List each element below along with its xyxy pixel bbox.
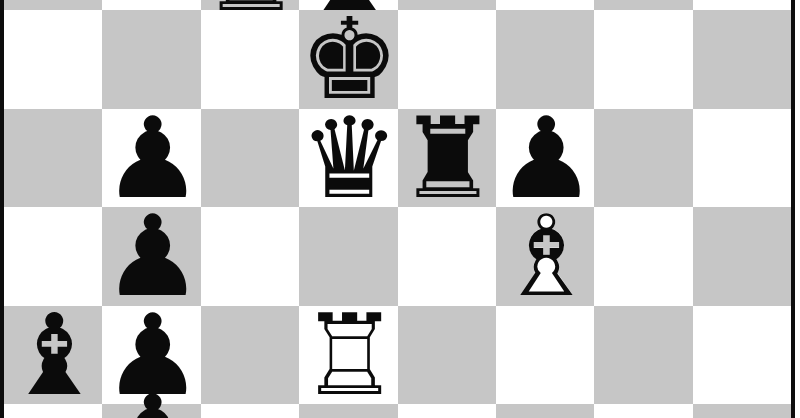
square-g2 bbox=[594, 404, 692, 418]
black-pawn: ♟︎ bbox=[102, 109, 200, 207]
square-f3 bbox=[496, 306, 594, 404]
square-a7 bbox=[4, 0, 102, 10]
square-h2 bbox=[693, 404, 791, 418]
square-h4 bbox=[693, 207, 791, 305]
square-c7: ♜ bbox=[201, 0, 299, 10]
square-a6 bbox=[4, 10, 102, 108]
white-bishop: ♝♗ bbox=[496, 207, 594, 305]
square-g4 bbox=[594, 207, 692, 305]
square-d7: ♝ bbox=[299, 0, 397, 10]
square-a4 bbox=[4, 207, 102, 305]
square-d4 bbox=[299, 207, 397, 305]
black-queen: ♛ bbox=[299, 109, 397, 207]
square-b5: ♟︎ bbox=[102, 109, 200, 207]
square-d2 bbox=[299, 404, 397, 418]
square-b4: ♟︎ bbox=[102, 207, 200, 305]
square-g6 bbox=[594, 10, 692, 108]
square-e4 bbox=[398, 207, 496, 305]
square-a5 bbox=[4, 109, 102, 207]
square-a2 bbox=[4, 404, 102, 418]
square-e3 bbox=[398, 306, 496, 404]
chess-diagram: ♜♝♚♟︎♛♜♟︎♟︎♝♗♝♟︎♜♖♟︎ bbox=[0, 0, 800, 418]
square-f2 bbox=[496, 404, 594, 418]
square-d5: ♛ bbox=[299, 109, 397, 207]
square-f5: ♟︎ bbox=[496, 109, 594, 207]
square-e6 bbox=[398, 10, 496, 108]
square-e2 bbox=[398, 404, 496, 418]
square-f6 bbox=[496, 10, 594, 108]
white-rook: ♜♖ bbox=[299, 306, 397, 404]
square-c3 bbox=[201, 306, 299, 404]
square-h5 bbox=[693, 109, 791, 207]
square-b3: ♟︎ bbox=[102, 306, 200, 404]
square-c2 bbox=[201, 404, 299, 418]
black-pawn: ♟︎ bbox=[102, 306, 200, 404]
square-a3: ♝ bbox=[4, 306, 102, 404]
square-g5 bbox=[594, 109, 692, 207]
square-d6: ♚ bbox=[299, 10, 397, 108]
square-c4 bbox=[201, 207, 299, 305]
square-h3 bbox=[693, 306, 791, 404]
black-pawn: ♟︎ bbox=[102, 207, 200, 305]
square-b2: ♟︎ bbox=[102, 404, 200, 418]
square-e7 bbox=[398, 0, 496, 10]
black-rook: ♜ bbox=[398, 109, 496, 207]
square-f4: ♝♗ bbox=[496, 207, 594, 305]
square-c6 bbox=[201, 10, 299, 108]
square-g3 bbox=[594, 306, 692, 404]
square-f7 bbox=[496, 0, 594, 10]
square-e5: ♜ bbox=[398, 109, 496, 207]
square-g7 bbox=[594, 0, 692, 10]
square-h6 bbox=[693, 10, 791, 108]
square-b7 bbox=[102, 0, 200, 10]
square-c5 bbox=[201, 109, 299, 207]
chess-board: ♜♝♚♟︎♛♜♟︎♟︎♝♗♝♟︎♜♖♟︎ bbox=[0, 0, 795, 418]
black-bishop: ♝ bbox=[4, 306, 102, 404]
black-king: ♚ bbox=[299, 10, 397, 108]
square-d3: ♜♖ bbox=[299, 306, 397, 404]
square-h7 bbox=[693, 0, 791, 10]
black-pawn: ♟︎ bbox=[496, 109, 594, 207]
square-b6 bbox=[102, 10, 200, 108]
